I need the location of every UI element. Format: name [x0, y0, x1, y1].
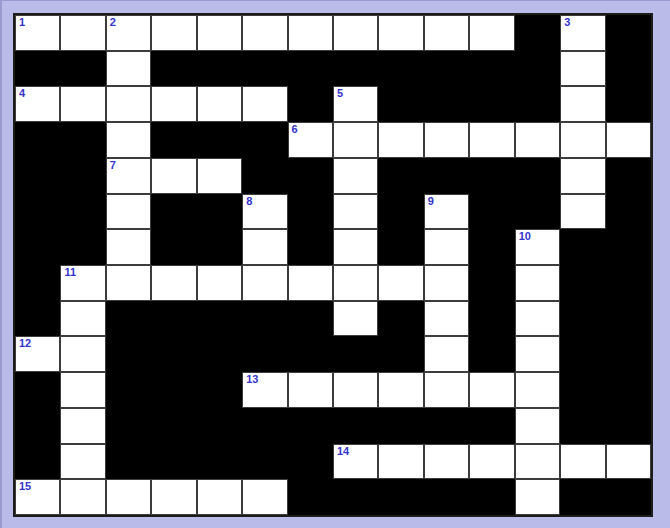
- block-cell: [424, 158, 469, 194]
- letter-cell[interactable]: 14: [333, 444, 378, 480]
- letter-cell[interactable]: [60, 15, 105, 51]
- block-cell: [606, 158, 651, 194]
- block-cell: [60, 122, 105, 158]
- block-cell: [560, 336, 605, 372]
- block-cell: [15, 229, 60, 265]
- block-cell: [197, 408, 242, 444]
- clue-number: 3: [564, 16, 570, 29]
- block-cell: [151, 408, 196, 444]
- letter-cell[interactable]: [560, 444, 605, 480]
- block-cell: [197, 122, 242, 158]
- letter-cell[interactable]: [560, 86, 605, 122]
- letter-cell[interactable]: [333, 158, 378, 194]
- block-cell: [606, 408, 651, 444]
- puzzle-background: 123456789101112131415: [0, 0, 670, 528]
- letter-cell[interactable]: [333, 122, 378, 158]
- letter-cell[interactable]: [242, 86, 287, 122]
- block-cell: [197, 444, 242, 480]
- letter-cell[interactable]: 3: [560, 15, 605, 51]
- letter-cell[interactable]: [560, 51, 605, 87]
- block-cell: [288, 444, 333, 480]
- block-cell: [106, 372, 151, 408]
- letter-cell[interactable]: [515, 265, 560, 301]
- letter-cell[interactable]: [515, 479, 560, 515]
- letter-cell[interactable]: [106, 265, 151, 301]
- letter-cell[interactable]: [606, 122, 651, 158]
- letter-cell[interactable]: [424, 336, 469, 372]
- clue-number: 1: [19, 16, 25, 29]
- block-cell: [469, 265, 514, 301]
- block-cell: [378, 479, 423, 515]
- letter-cell[interactable]: 5: [333, 86, 378, 122]
- block-cell: [106, 444, 151, 480]
- block-cell: [288, 408, 333, 444]
- block-cell: [242, 444, 287, 480]
- block-cell: [378, 51, 423, 87]
- block-cell: [15, 194, 60, 230]
- clue-number: 14: [337, 445, 349, 458]
- block-cell: [106, 336, 151, 372]
- letter-cell[interactable]: 1: [15, 15, 60, 51]
- letter-cell[interactable]: [515, 372, 560, 408]
- letter-cell[interactable]: [333, 265, 378, 301]
- clue-number: 9: [428, 195, 434, 208]
- letter-cell[interactable]: [606, 444, 651, 480]
- block-cell: [378, 229, 423, 265]
- letter-cell[interactable]: [197, 479, 242, 515]
- block-cell: [333, 336, 378, 372]
- block-cell: [515, 51, 560, 87]
- block-cell: [151, 444, 196, 480]
- letter-cell[interactable]: [60, 86, 105, 122]
- block-cell: [151, 194, 196, 230]
- block-cell: [469, 229, 514, 265]
- block-cell: [606, 336, 651, 372]
- block-cell: [606, 229, 651, 265]
- letter-cell[interactable]: [378, 15, 423, 51]
- letter-cell[interactable]: 6: [288, 122, 333, 158]
- letter-cell[interactable]: [288, 265, 333, 301]
- block-cell: [333, 51, 378, 87]
- block-cell: [197, 372, 242, 408]
- block-cell: [151, 122, 196, 158]
- block-cell: [606, 51, 651, 87]
- letter-cell[interactable]: 12: [15, 336, 60, 372]
- letter-cell[interactable]: [242, 479, 287, 515]
- letter-cell[interactable]: [106, 86, 151, 122]
- crossword-grid: 123456789101112131415: [13, 13, 653, 517]
- block-cell: [151, 51, 196, 87]
- letter-cell[interactable]: [378, 122, 423, 158]
- block-cell: [15, 301, 60, 337]
- block-cell: [151, 336, 196, 372]
- block-cell: [197, 194, 242, 230]
- letter-cell[interactable]: [333, 194, 378, 230]
- letter-cell[interactable]: [333, 15, 378, 51]
- letter-cell[interactable]: [560, 158, 605, 194]
- block-cell: [424, 86, 469, 122]
- letter-cell[interactable]: [60, 336, 105, 372]
- clue-number: 12: [19, 337, 31, 350]
- block-cell: [469, 479, 514, 515]
- block-cell: [378, 336, 423, 372]
- letter-cell[interactable]: [469, 372, 514, 408]
- letter-cell[interactable]: [106, 229, 151, 265]
- block-cell: [60, 158, 105, 194]
- block-cell: [197, 229, 242, 265]
- block-cell: [560, 229, 605, 265]
- letter-cell[interactable]: [242, 265, 287, 301]
- letter-cell[interactable]: [333, 372, 378, 408]
- block-cell: [242, 301, 287, 337]
- letter-cell[interactable]: [288, 372, 333, 408]
- letter-cell[interactable]: [424, 15, 469, 51]
- letter-cell[interactable]: [560, 122, 605, 158]
- block-cell: [288, 158, 333, 194]
- block-cell: [515, 194, 560, 230]
- letter-cell[interactable]: [60, 372, 105, 408]
- clue-number: 8: [246, 195, 252, 208]
- block-cell: [469, 51, 514, 87]
- letter-cell[interactable]: [469, 444, 514, 480]
- block-cell: [60, 229, 105, 265]
- letter-cell[interactable]: [197, 15, 242, 51]
- letter-cell[interactable]: [515, 408, 560, 444]
- block-cell: [151, 301, 196, 337]
- letter-cell[interactable]: 2: [106, 15, 151, 51]
- block-cell: [242, 408, 287, 444]
- letter-cell[interactable]: [378, 265, 423, 301]
- letter-cell[interactable]: [424, 301, 469, 337]
- block-cell: [606, 194, 651, 230]
- letter-cell[interactable]: [469, 122, 514, 158]
- block-cell: [469, 194, 514, 230]
- block-cell: [606, 265, 651, 301]
- block-cell: [606, 301, 651, 337]
- block-cell: [333, 408, 378, 444]
- block-cell: [606, 86, 651, 122]
- letter-cell[interactable]: [197, 158, 242, 194]
- block-cell: [197, 336, 242, 372]
- block-cell: [469, 301, 514, 337]
- letter-cell[interactable]: 10: [515, 229, 560, 265]
- block-cell: [515, 158, 560, 194]
- block-cell: [15, 444, 60, 480]
- letter-cell[interactable]: [106, 51, 151, 87]
- block-cell: [469, 86, 514, 122]
- letter-cell[interactable]: [60, 408, 105, 444]
- letter-cell[interactable]: 4: [15, 86, 60, 122]
- block-cell: [606, 15, 651, 51]
- block-cell: [288, 86, 333, 122]
- clue-number: 2: [110, 16, 116, 29]
- block-cell: [15, 408, 60, 444]
- letter-cell[interactable]: [378, 372, 423, 408]
- block-cell: [288, 479, 333, 515]
- block-cell: [15, 122, 60, 158]
- block-cell: [378, 408, 423, 444]
- block-cell: [560, 408, 605, 444]
- block-cell: [560, 265, 605, 301]
- block-cell: [151, 372, 196, 408]
- letter-cell[interactable]: [333, 301, 378, 337]
- letter-cell[interactable]: 13: [242, 372, 287, 408]
- block-cell: [15, 265, 60, 301]
- letter-cell[interactable]: [424, 229, 469, 265]
- letter-cell[interactable]: 9: [424, 194, 469, 230]
- letter-cell[interactable]: [288, 15, 333, 51]
- block-cell: [242, 122, 287, 158]
- block-cell: [288, 301, 333, 337]
- block-cell: [378, 301, 423, 337]
- clue-number: 5: [337, 87, 343, 100]
- letter-cell[interactable]: [151, 86, 196, 122]
- letter-cell[interactable]: 8: [242, 194, 287, 230]
- block-cell: [333, 479, 378, 515]
- block-cell: [15, 372, 60, 408]
- block-cell: [469, 158, 514, 194]
- letter-cell[interactable]: [424, 372, 469, 408]
- clue-number: 10: [519, 230, 531, 243]
- letter-cell[interactable]: [151, 158, 196, 194]
- block-cell: [15, 51, 60, 87]
- block-cell: [469, 408, 514, 444]
- letter-cell[interactable]: [424, 265, 469, 301]
- letter-cell[interactable]: [60, 479, 105, 515]
- block-cell: [288, 336, 333, 372]
- block-cell: [606, 372, 651, 408]
- block-cell: [469, 336, 514, 372]
- block-cell: [560, 372, 605, 408]
- letter-cell[interactable]: [60, 301, 105, 337]
- letter-cell[interactable]: [424, 122, 469, 158]
- block-cell: [60, 194, 105, 230]
- clue-number: 6: [292, 123, 298, 136]
- block-cell: [606, 479, 651, 515]
- block-cell: [106, 301, 151, 337]
- letter-cell[interactable]: [242, 15, 287, 51]
- block-cell: [560, 301, 605, 337]
- letter-cell[interactable]: [151, 479, 196, 515]
- block-cell: [378, 86, 423, 122]
- letter-cell[interactable]: [106, 194, 151, 230]
- letter-cell[interactable]: [197, 265, 242, 301]
- letter-cell[interactable]: [151, 265, 196, 301]
- letter-cell[interactable]: 11: [60, 265, 105, 301]
- block-cell: [424, 51, 469, 87]
- block-cell: [60, 51, 105, 87]
- letter-cell[interactable]: [515, 336, 560, 372]
- block-cell: [242, 158, 287, 194]
- letter-cell[interactable]: [560, 194, 605, 230]
- letter-cell[interactable]: [515, 444, 560, 480]
- clue-number: 4: [19, 87, 25, 100]
- block-cell: [515, 86, 560, 122]
- letter-cell[interactable]: [151, 15, 196, 51]
- block-cell: [560, 479, 605, 515]
- letter-cell[interactable]: [469, 15, 514, 51]
- block-cell: [515, 15, 560, 51]
- block-cell: [424, 408, 469, 444]
- letter-cell[interactable]: 7: [106, 158, 151, 194]
- block-cell: [242, 51, 287, 87]
- block-cell: [197, 51, 242, 87]
- letter-cell[interactable]: [197, 86, 242, 122]
- letter-cell[interactable]: [106, 479, 151, 515]
- clue-number: 11: [64, 266, 76, 279]
- block-cell: [151, 229, 196, 265]
- block-cell: [424, 479, 469, 515]
- block-cell: [197, 301, 242, 337]
- clue-number: 15: [19, 480, 31, 493]
- block-cell: [242, 336, 287, 372]
- block-cell: [288, 51, 333, 87]
- letter-cell[interactable]: [515, 122, 560, 158]
- block-cell: [288, 194, 333, 230]
- clue-number: 13: [246, 373, 258, 386]
- block-cell: [15, 158, 60, 194]
- block-cell: [106, 408, 151, 444]
- letter-cell[interactable]: [378, 444, 423, 480]
- clue-number: 7: [110, 159, 116, 172]
- letter-cell[interactable]: 15: [15, 479, 60, 515]
- letter-cell[interactable]: [515, 301, 560, 337]
- letter-cell[interactable]: [106, 122, 151, 158]
- letter-cell[interactable]: [60, 444, 105, 480]
- letter-cell[interactable]: [242, 229, 287, 265]
- block-cell: [288, 229, 333, 265]
- block-cell: [378, 158, 423, 194]
- letter-cell[interactable]: [424, 444, 469, 480]
- block-cell: [378, 194, 423, 230]
- letter-cell[interactable]: [333, 229, 378, 265]
